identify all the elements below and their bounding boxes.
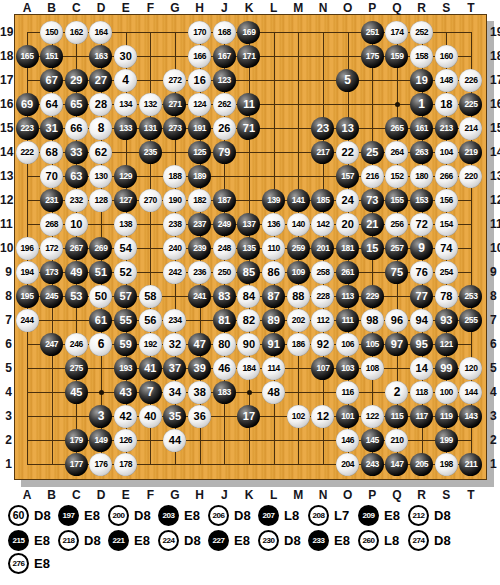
go-stone-L4[interactable]: 48 [262,381,285,404]
go-stone-R15[interactable]: 161 [410,117,433,140]
go-stone-R16[interactable]: 1 [410,93,433,116]
coord-label-top: T [461,2,481,14]
go-stone-D7[interactable]: 61 [89,309,112,332]
go-stone-F6[interactable]: 192 [139,333,162,356]
go-stone-S9[interactable]: 254 [435,261,458,284]
go-stone-H8[interactable]: 241 [188,285,211,308]
go-stone-Q6[interactable]: 97 [385,333,408,356]
go-stone-H4[interactable]: 38 [188,381,211,404]
coord-label-right: 18 [490,50,500,62]
go-stone-E12[interactable]: 127 [114,189,137,212]
caption-stone: 60 [8,505,29,526]
go-stone-S8[interactable]: 78 [435,285,458,308]
caption-stone: 203 [158,505,179,526]
go-stone-E5[interactable]: 193 [114,357,137,380]
go-stone-R12[interactable]: 153 [410,189,433,212]
go-stone-O11[interactable]: 20 [336,213,359,236]
go-stone-G5[interactable]: 37 [163,357,186,380]
go-stone-Q7[interactable]: 96 [385,309,408,332]
go-stone-S11[interactable]: 154 [435,213,458,236]
caption-coordinate: E8 [384,508,400,523]
go-stone-L7[interactable]: 89 [262,309,285,332]
go-stone-H3[interactable]: 36 [188,405,211,428]
go-stone-G16[interactable]: 271 [163,93,186,116]
go-stone-T4[interactable]: 144 [459,381,482,404]
go-stone-J4[interactable]: 183 [213,381,236,404]
go-stone-D6[interactable]: 6 [89,333,112,356]
go-stone-Q11[interactable]: 256 [385,213,408,236]
go-stone-H18[interactable]: 166 [188,45,211,68]
go-stone-R5[interactable]: 14 [410,357,433,380]
go-stone-A14[interactable]: 222 [16,141,39,164]
caption-coordinate: D8 [134,508,151,523]
go-stone-S3[interactable]: 119 [435,405,458,428]
go-stone-A8[interactable]: 195 [16,285,39,308]
go-stone-O9[interactable]: 261 [336,261,359,284]
go-stone-K18[interactable]: 171 [237,45,260,68]
caption-entry: 60D8 [8,505,58,526]
go-stone-N5[interactable]: 107 [311,357,334,380]
go-stone-O4[interactable]: 116 [336,381,359,404]
go-stone-J10[interactable]: 248 [213,237,236,260]
go-stone-E17[interactable]: 4 [114,69,137,92]
go-stone-M7[interactable]: 202 [287,309,310,332]
go-stone-D13[interactable]: 130 [89,165,112,188]
coord-label-bottom: R [412,489,432,501]
go-stone-J6[interactable]: 80 [213,333,236,356]
go-stone-J18[interactable]: 167 [213,45,236,68]
go-stone-J15[interactable]: 26 [213,117,236,140]
go-stone-R9[interactable]: 76 [410,261,433,284]
go-stone-R11[interactable]: 72 [410,213,433,236]
go-stone-E10[interactable]: 54 [114,237,137,260]
go-stone-K11[interactable]: 137 [237,213,260,236]
go-stone-Q4[interactable]: 2 [385,381,408,404]
go-stone-T1[interactable]: 211 [459,453,482,476]
go-stone-E3[interactable]: 42 [114,405,137,428]
go-stone-S5[interactable]: 99 [435,357,458,380]
caption-coordinate: D8 [434,533,451,548]
go-stone-P10[interactable]: 15 [361,237,384,260]
go-stone-N14[interactable]: 217 [311,141,334,164]
go-stone-F14[interactable]: 235 [139,141,162,164]
coord-label-left: 16 [0,98,12,110]
go-stone-B19[interactable]: 150 [40,21,63,44]
go-stone-R7[interactable]: 94 [410,309,433,332]
go-stone-K19[interactable]: 169 [237,21,260,44]
go-stone-J8[interactable]: 83 [213,285,236,308]
go-stone-E6[interactable]: 59 [114,333,137,356]
coord-label-top: F [140,2,160,14]
go-stone-R18[interactable]: 158 [410,45,433,68]
go-stone-A16[interactable]: 69 [16,93,39,116]
go-stone-P8[interactable]: 229 [361,285,384,308]
go-stone-C19[interactable]: 162 [65,21,88,44]
go-stone-O6[interactable]: 106 [336,333,359,356]
go-stone-S2[interactable]: 199 [435,429,458,452]
go-stone-A18[interactable]: 165 [16,45,39,68]
go-stone-Q18[interactable]: 159 [385,45,408,68]
go-stone-D16[interactable]: 28 [89,93,112,116]
go-stone-E18[interactable]: 30 [114,45,137,68]
go-stone-Q3[interactable]: 115 [385,405,408,428]
go-stone-L5[interactable]: 114 [262,357,285,380]
go-stone-L8[interactable]: 87 [262,285,285,308]
go-stone-M8[interactable]: 88 [287,285,310,308]
go-stone-O10[interactable]: 181 [336,237,359,260]
go-stone-H13[interactable]: 189 [188,165,211,188]
go-stone-E11[interactable]: 138 [114,213,137,236]
go-stone-Q10[interactable]: 257 [385,237,408,260]
go-stone-L9[interactable]: 86 [262,261,285,284]
go-stone-N9[interactable]: 258 [311,261,334,284]
coord-label-right: 4 [490,386,500,398]
go-stone-F16[interactable]: 132 [139,93,162,116]
go-stone-D17[interactable]: 27 [89,69,112,92]
go-stone-P7[interactable]: 98 [361,309,384,332]
go-stone-R4[interactable]: 118 [410,381,433,404]
coord-label-right: 2 [490,434,500,446]
go-stone-B15[interactable]: 31 [40,117,63,140]
go-stone-G17[interactable]: 272 [163,69,186,92]
go-stone-R17[interactable]: 19 [410,69,433,92]
caption-line: 60D8197E8200D8203E8206D8207L8208L7209E82… [8,505,458,526]
go-stone-E7[interactable]: 55 [114,309,137,332]
caption-stone: 230 [258,530,279,551]
caption-entry: 209E8 [358,505,408,526]
go-stone-T7[interactable]: 255 [459,309,482,332]
go-stone-P13[interactable]: 216 [361,165,384,188]
coord-label-bottom: C [66,489,86,501]
go-stone-Q15[interactable]: 265 [385,117,408,140]
go-stone-S10[interactable]: 74 [435,237,458,260]
go-stone-J16[interactable]: 262 [213,93,236,116]
go-stone-P18[interactable]: 175 [361,45,384,68]
coord-label-left: 15 [0,122,12,134]
go-stone-G15[interactable]: 273 [163,117,186,140]
go-stone-J11[interactable]: 249 [213,213,236,236]
go-stone-M9[interactable]: 109 [287,261,310,284]
go-stone-R13[interactable]: 180 [410,165,433,188]
go-stone-H11[interactable]: 237 [188,213,211,236]
go-stone-K5[interactable]: 184 [237,357,260,380]
go-stone-E2[interactable]: 126 [114,429,137,452]
go-stone-R19[interactable]: 252 [410,21,433,44]
go-stone-C11[interactable]: 10 [65,213,88,236]
go-stone-N11[interactable]: 142 [311,213,334,236]
go-stone-G10[interactable]: 240 [163,237,186,260]
caption-entry: 221E8 [108,530,158,551]
go-stone-O5[interactable]: 103 [336,357,359,380]
go-stone-A15[interactable]: 223 [16,117,39,140]
go-stone-J17[interactable]: 123 [213,69,236,92]
go-stone-M11[interactable]: 140 [287,213,310,236]
go-stone-D8[interactable]: 50 [89,285,112,308]
go-stone-E13[interactable]: 129 [114,165,137,188]
go-stone-P6[interactable]: 105 [361,333,384,356]
go-stone-F7[interactable]: 56 [139,309,162,332]
caption-stone: 218 [58,530,79,551]
go-stone-G3[interactable]: 35 [163,405,186,428]
go-stone-M3[interactable]: 102 [287,405,310,428]
go-stone-Q14[interactable]: 264 [385,141,408,164]
go-stone-C13[interactable]: 63 [65,165,88,188]
caption-entry: 230D8 [258,530,308,551]
go-stone-O15[interactable]: 13 [336,117,359,140]
go-stone-D19[interactable]: 164 [89,21,112,44]
go-stone-R1[interactable]: 205 [410,453,433,476]
go-stone-N10[interactable]: 201 [311,237,334,260]
go-stone-C2[interactable]: 179 [65,429,88,452]
go-board-diagram: 1234567891011121314151617181920212223242… [0,0,500,585]
go-stone-C9[interactable]: 49 [65,261,88,284]
go-stone-B12[interactable]: 231 [40,189,63,212]
go-stone-S4[interactable]: 100 [435,381,458,404]
go-stone-B16[interactable]: 64 [40,93,63,116]
coord-label-bottom: S [436,489,456,501]
go-stone-P1[interactable]: 243 [361,453,384,476]
go-stone-K8[interactable]: 84 [237,285,260,308]
go-stone-T8[interactable]: 253 [459,285,482,308]
go-stone-P3[interactable]: 122 [361,405,384,428]
go-stone-D3[interactable]: 3 [89,405,112,428]
go-stone-C8[interactable]: 53 [65,285,88,308]
go-stone-C4[interactable]: 45 [65,381,88,404]
go-stone-N6[interactable]: 92 [311,333,334,356]
go-stone-E9[interactable]: 52 [114,261,137,284]
go-stone-B9[interactable]: 173 [40,261,63,284]
coord-label-bottom: O [338,489,358,501]
go-stone-S13[interactable]: 266 [435,165,458,188]
go-stone-B17[interactable]: 67 [40,69,63,92]
go-stone-Q12[interactable]: 155 [385,189,408,212]
go-stone-E8[interactable]: 57 [114,285,137,308]
go-stone-K16[interactable]: 11 [237,93,260,116]
go-stone-H16[interactable]: 124 [188,93,211,116]
go-stone-K15[interactable]: 71 [237,117,260,140]
go-stone-C12[interactable]: 232 [65,189,88,212]
go-stone-F8[interactable]: 58 [139,285,162,308]
go-stone-S6[interactable]: 121 [435,333,458,356]
go-stone-Q13[interactable]: 152 [385,165,408,188]
go-stone-D18[interactable]: 163 [89,45,112,68]
go-stone-O1[interactable]: 204 [336,453,359,476]
go-stone-A10[interactable]: 196 [16,237,39,260]
go-stone-R8[interactable]: 77 [410,285,433,308]
go-stone-D2[interactable]: 149 [89,429,112,452]
go-stone-D1[interactable]: 176 [89,453,112,476]
go-stone-K10[interactable]: 135 [237,237,260,260]
go-stone-J14[interactable]: 79 [213,141,236,164]
go-stone-T14[interactable]: 219 [459,141,482,164]
go-stone-T13[interactable]: 220 [459,165,482,188]
go-stone-T16[interactable]: 225 [459,93,482,116]
go-stone-C14[interactable]: 33 [65,141,88,164]
go-stone-G12[interactable]: 190 [163,189,186,212]
go-stone-J9[interactable]: 250 [213,261,236,284]
go-stone-M6[interactable]: 186 [287,333,310,356]
go-stone-G6[interactable]: 32 [163,333,186,356]
go-stone-Q19[interactable]: 174 [385,21,408,44]
go-stone-N12[interactable]: 185 [311,189,334,212]
go-stone-D12[interactable]: 128 [89,189,112,212]
coord-label-left: 1 [0,458,12,470]
go-stone-N3[interactable]: 12 [311,405,334,428]
go-stone-B10[interactable]: 172 [40,237,63,260]
go-stone-H6[interactable]: 47 [188,333,211,356]
go-stone-C1[interactable]: 177 [65,453,88,476]
go-stone-G2[interactable]: 44 [163,429,186,452]
go-stone-F4[interactable]: 7 [139,381,162,404]
go-stone-C6[interactable]: 246 [65,333,88,356]
go-stone-C17[interactable]: 29 [65,69,88,92]
coord-label-right: 3 [490,410,500,422]
go-stone-B13[interactable]: 70 [40,165,63,188]
go-stone-G7[interactable]: 234 [163,309,186,332]
go-stone-N8[interactable]: 228 [311,285,334,308]
go-stone-P14[interactable]: 25 [361,141,384,164]
go-stone-T17[interactable]: 226 [459,69,482,92]
go-stone-F12[interactable]: 270 [139,189,162,212]
go-stone-J5[interactable]: 46 [213,357,236,380]
go-stone-H12[interactable]: 182 [188,189,211,212]
go-stone-C16[interactable]: 65 [65,93,88,116]
go-stone-G11[interactable]: 238 [163,213,186,236]
go-stone-N15[interactable]: 23 [311,117,334,140]
go-stone-B14[interactable]: 68 [40,141,63,164]
go-stone-H17[interactable]: 16 [188,69,211,92]
coord-label-bottom: A [17,489,37,501]
go-stone-J12[interactable]: 187 [213,189,236,212]
go-stone-T15[interactable]: 214 [459,117,482,140]
go-stone-L12[interactable]: 139 [262,189,285,212]
go-stone-H5[interactable]: 39 [188,357,211,380]
go-stone-E4[interactable]: 43 [114,381,137,404]
go-stone-B6[interactable]: 247 [40,333,63,356]
go-stone-O12[interactable]: 24 [336,189,359,212]
go-stone-O14[interactable]: 22 [336,141,359,164]
caption-coordinate: L8 [384,533,399,548]
go-stone-G9[interactable]: 242 [163,261,186,284]
go-stone-G4[interactable]: 34 [163,381,186,404]
go-stone-D9[interactable]: 51 [89,261,112,284]
go-stone-G13[interactable]: 188 [163,165,186,188]
go-stone-S16[interactable]: 18 [435,93,458,116]
go-stone-R10[interactable]: 9 [410,237,433,260]
go-stone-O7[interactable]: 111 [336,309,359,332]
go-stone-S12[interactable]: 156 [435,189,458,212]
go-stone-E1[interactable]: 178 [114,453,137,476]
go-stone-S18[interactable]: 160 [435,45,458,68]
go-stone-M12[interactable]: 141 [287,189,310,212]
caption-line: 276E8 [8,553,58,574]
go-stone-Q9[interactable]: 75 [385,261,408,284]
caption-stone: 212 [408,505,429,526]
go-stone-J19[interactable]: 168 [213,21,236,44]
caption-entry: 208L7 [308,505,358,526]
go-stone-K7[interactable]: 82 [237,309,260,332]
go-stone-P5[interactable]: 108 [361,357,384,380]
go-stone-D14[interactable]: 62 [89,141,112,164]
go-stone-F15[interactable]: 131 [139,117,162,140]
go-stone-N7[interactable]: 112 [311,309,334,332]
go-stone-H10[interactable]: 239 [188,237,211,260]
go-stone-B8[interactable]: 245 [40,285,63,308]
go-stone-C5[interactable]: 275 [65,357,88,380]
go-stone-A9[interactable]: 194 [16,261,39,284]
coord-label-top: B [42,2,62,14]
go-stone-P12[interactable]: 73 [361,189,384,212]
coord-label-top: L [264,2,284,14]
go-stone-K9[interactable]: 85 [237,261,260,284]
go-stone-D10[interactable]: 269 [89,237,112,260]
go-stone-O3[interactable]: 101 [336,405,359,428]
go-stone-Q2[interactable]: 210 [385,429,408,452]
go-stone-E16[interactable]: 134 [114,93,137,116]
go-stone-C10[interactable]: 267 [65,237,88,260]
coord-label-right: 12 [490,194,500,206]
coord-label-left: 18 [0,50,12,62]
go-stone-R6[interactable]: 95 [410,333,433,356]
coord-label-top: P [362,2,382,14]
go-stone-L11[interactable]: 136 [262,213,285,236]
go-stone-O8[interactable]: 113 [336,285,359,308]
go-stone-B18[interactable]: 151 [40,45,63,68]
go-stone-O17[interactable]: 5 [336,69,359,92]
go-stone-H19[interactable]: 170 [188,21,211,44]
go-stone-J7[interactable]: 81 [213,309,236,332]
go-stone-M10[interactable]: 259 [287,237,310,260]
go-stone-H9[interactable]: 236 [188,261,211,284]
go-stone-H15[interactable]: 191 [188,117,211,140]
caption-stone: 197 [58,505,79,526]
go-stone-P19[interactable]: 251 [361,21,384,44]
go-stone-S17[interactable]: 148 [435,69,458,92]
caption-entry: 218D8 [58,530,108,551]
go-stone-T3[interactable]: 143 [459,405,482,428]
go-stone-A7[interactable]: 244 [16,309,39,332]
go-stone-H14[interactable]: 125 [188,141,211,164]
go-stone-K6[interactable]: 90 [237,333,260,356]
caption-coordinate: L7 [334,508,349,523]
go-stone-B11[interactable]: 268 [40,213,63,236]
go-stone-L10[interactable]: 110 [262,237,285,260]
go-stone-S1[interactable]: 198 [435,453,458,476]
go-stone-K3[interactable]: 17 [237,405,260,428]
go-stone-T5[interactable]: 120 [459,357,482,380]
go-stone-Q1[interactable]: 147 [385,453,408,476]
go-stone-C15[interactable]: 66 [65,117,88,140]
go-stone-P11[interactable]: 21 [361,213,384,236]
go-stone-F3[interactable]: 40 [139,405,162,428]
coord-label-bottom: F [140,489,160,501]
go-stone-F5[interactable]: 41 [139,357,162,380]
go-stone-S14[interactable]: 104 [435,141,458,164]
go-stone-L6[interactable]: 91 [262,333,285,356]
caption-entry: 215E8 [8,530,58,551]
go-stone-P2[interactable]: 145 [361,429,384,452]
go-stone-O13[interactable]: 157 [336,165,359,188]
go-stone-D15[interactable]: 8 [89,117,112,140]
go-stone-S7[interactable]: 93 [435,309,458,332]
go-stone-S15[interactable]: 213 [435,117,458,140]
coord-label-bottom: L [264,489,284,501]
go-stone-R14[interactable]: 263 [410,141,433,164]
go-stone-O2[interactable]: 146 [336,429,359,452]
coord-label-left: 12 [0,194,12,206]
go-stone-E15[interactable]: 133 [114,117,137,140]
go-stone-R3[interactable]: 117 [410,405,433,428]
